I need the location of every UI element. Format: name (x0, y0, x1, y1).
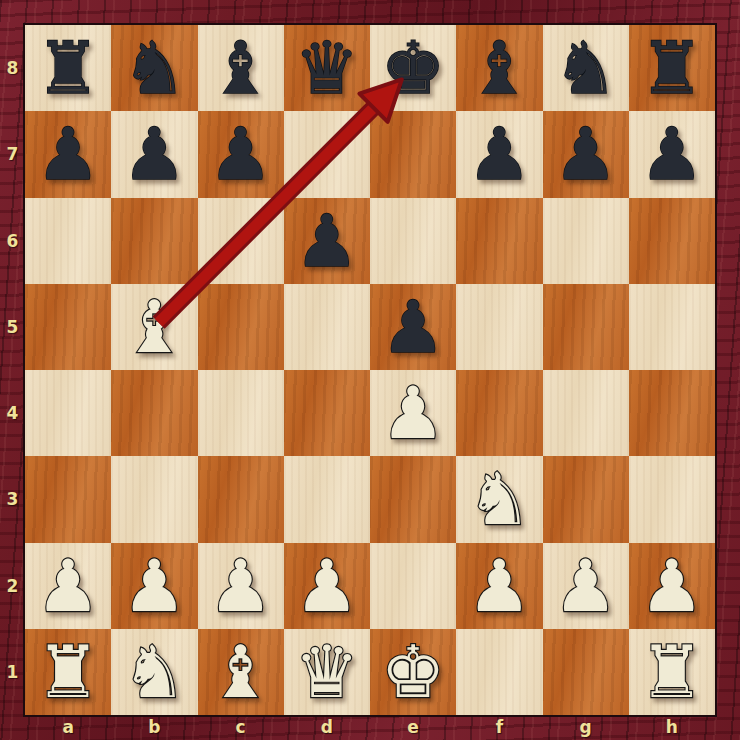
square-g6[interactable] (543, 198, 629, 284)
piece-black-queen-d8[interactable]: ♛ (295, 25, 360, 111)
square-b2[interactable]: ♟ (111, 543, 197, 629)
piece-white-pawn-a2[interactable]: ♟ (36, 543, 101, 629)
piece-white-knight-b1[interactable]: ♞ (122, 629, 187, 715)
square-c2[interactable]: ♟ (198, 543, 284, 629)
piece-white-rook-a1[interactable]: ♜ (36, 629, 101, 715)
square-d1[interactable]: ♛ (284, 629, 370, 715)
square-f8[interactable]: ♝ (456, 25, 542, 111)
piece-black-pawn-d6[interactable]: ♟ (295, 198, 360, 284)
square-a7[interactable]: ♟ (25, 111, 111, 197)
square-d2[interactable]: ♟ (284, 543, 370, 629)
piece-black-bishop-f8[interactable]: ♝ (467, 25, 532, 111)
file-label-g: g (543, 713, 629, 740)
square-g8[interactable]: ♞ (543, 25, 629, 111)
square-h3[interactable] (629, 456, 715, 542)
square-c8[interactable]: ♝ (198, 25, 284, 111)
square-b7[interactable]: ♟ (111, 111, 197, 197)
piece-black-pawn-a7[interactable]: ♟ (36, 111, 101, 197)
square-h1[interactable]: ♜ (629, 629, 715, 715)
square-c5[interactable] (198, 284, 284, 370)
rank-label-8: 8 (0, 25, 25, 111)
square-b5[interactable]: ♝ (111, 284, 197, 370)
square-e5[interactable]: ♟ (370, 284, 456, 370)
square-a1[interactable]: ♜ (25, 629, 111, 715)
chess-board: ♜♞♝♛♚♝♞♜♟♟♟♟♟♟♟♝♟♟♞♟♟♟♟♟♟♟♜♞♝♛♚♜ (25, 25, 715, 715)
square-e2[interactable] (370, 543, 456, 629)
square-f7[interactable]: ♟ (456, 111, 542, 197)
square-h6[interactable] (629, 198, 715, 284)
square-g7[interactable]: ♟ (543, 111, 629, 197)
square-h7[interactable]: ♟ (629, 111, 715, 197)
square-d8[interactable]: ♛ (284, 25, 370, 111)
square-g4[interactable] (543, 370, 629, 456)
square-c7[interactable]: ♟ (198, 111, 284, 197)
piece-white-rook-h1[interactable]: ♜ (640, 629, 705, 715)
square-g1[interactable] (543, 629, 629, 715)
piece-black-knight-b8[interactable]: ♞ (122, 25, 187, 111)
square-c3[interactable] (198, 456, 284, 542)
square-b3[interactable] (111, 456, 197, 542)
square-c1[interactable]: ♝ (198, 629, 284, 715)
piece-black-king-e8[interactable]: ♚ (381, 25, 446, 111)
piece-white-pawn-g2[interactable]: ♟ (553, 543, 618, 629)
piece-black-rook-h8[interactable]: ♜ (640, 25, 705, 111)
rank-label-3: 3 (0, 456, 25, 542)
square-h8[interactable]: ♜ (629, 25, 715, 111)
square-a8[interactable]: ♜ (25, 25, 111, 111)
square-b1[interactable]: ♞ (111, 629, 197, 715)
rank-label-7: 7 (0, 111, 25, 197)
piece-black-bishop-c8[interactable]: ♝ (208, 25, 273, 111)
square-a4[interactable] (25, 370, 111, 456)
square-h5[interactable] (629, 284, 715, 370)
square-f4[interactable] (456, 370, 542, 456)
rank-label-1: 1 (0, 629, 25, 715)
file-label-a: a (25, 713, 111, 740)
square-c6[interactable] (198, 198, 284, 284)
square-d6[interactable]: ♟ (284, 198, 370, 284)
square-e3[interactable] (370, 456, 456, 542)
square-f6[interactable] (456, 198, 542, 284)
square-c4[interactable] (198, 370, 284, 456)
piece-white-pawn-h2[interactable]: ♟ (640, 543, 705, 629)
piece-black-pawn-g7[interactable]: ♟ (553, 111, 618, 197)
piece-white-pawn-e4[interactable]: ♟ (381, 370, 446, 456)
piece-black-pawn-f7[interactable]: ♟ (467, 111, 532, 197)
square-b4[interactable] (111, 370, 197, 456)
piece-white-pawn-b2[interactable]: ♟ (122, 543, 187, 629)
square-g5[interactable] (543, 284, 629, 370)
file-label-e: e (370, 713, 456, 740)
piece-black-pawn-b7[interactable]: ♟ (122, 111, 187, 197)
piece-white-pawn-d2[interactable]: ♟ (295, 543, 360, 629)
square-b8[interactable]: ♞ (111, 25, 197, 111)
piece-black-rook-a8[interactable]: ♜ (36, 25, 101, 111)
square-a2[interactable]: ♟ (25, 543, 111, 629)
square-g2[interactable]: ♟ (543, 543, 629, 629)
piece-white-queen-d1[interactable]: ♛ (295, 629, 360, 715)
rank-label-6: 6 (0, 198, 25, 284)
square-e1[interactable]: ♚ (370, 629, 456, 715)
square-h2[interactable]: ♟ (629, 543, 715, 629)
square-d4[interactable] (284, 370, 370, 456)
rank-labels: 87654321 (0, 25, 25, 715)
square-f1[interactable] (456, 629, 542, 715)
rank-label-2: 2 (0, 543, 25, 629)
file-label-d: d (284, 713, 370, 740)
file-label-b: b (111, 713, 197, 740)
file-labels: abcdefgh (25, 713, 715, 740)
piece-white-pawn-c2[interactable]: ♟ (208, 543, 273, 629)
square-a3[interactable] (25, 456, 111, 542)
square-a5[interactable] (25, 284, 111, 370)
piece-white-bishop-b5[interactable]: ♝ (122, 284, 187, 370)
square-e4[interactable]: ♟ (370, 370, 456, 456)
piece-white-pawn-f2[interactable]: ♟ (467, 543, 532, 629)
square-d7[interactable] (284, 111, 370, 197)
piece-black-knight-g8[interactable]: ♞ (553, 25, 618, 111)
square-d5[interactable] (284, 284, 370, 370)
square-g3[interactable] (543, 456, 629, 542)
chessboard-frame: 87654321 ♜♞♝♛♚♝♞♜♟♟♟♟♟♟♟♝♟♟♞♟♟♟♟♟♟♟♜♞♝♛♚… (0, 0, 740, 740)
piece-black-pawn-c7[interactable]: ♟ (208, 111, 273, 197)
square-h4[interactable] (629, 370, 715, 456)
square-d3[interactable] (284, 456, 370, 542)
piece-white-bishop-c1[interactable]: ♝ (208, 629, 273, 715)
piece-white-king-e1[interactable]: ♚ (381, 629, 446, 715)
rank-label-5: 5 (0, 284, 25, 370)
square-e6[interactable] (370, 198, 456, 284)
square-e8[interactable]: ♚ (370, 25, 456, 111)
square-f3[interactable]: ♞ (456, 456, 542, 542)
piece-black-pawn-h7[interactable]: ♟ (640, 111, 705, 197)
file-label-c: c (198, 713, 284, 740)
square-f2[interactable]: ♟ (456, 543, 542, 629)
piece-white-knight-f3[interactable]: ♞ (467, 456, 532, 542)
square-a6[interactable] (25, 198, 111, 284)
square-f5[interactable] (456, 284, 542, 370)
file-label-f: f (456, 713, 542, 740)
square-b6[interactable] (111, 198, 197, 284)
square-e7[interactable] (370, 111, 456, 197)
file-label-h: h (629, 713, 715, 740)
rank-label-4: 4 (0, 370, 25, 456)
piece-black-pawn-e5[interactable]: ♟ (381, 284, 446, 370)
